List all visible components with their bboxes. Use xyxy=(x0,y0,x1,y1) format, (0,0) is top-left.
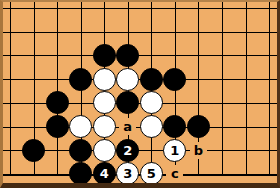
black-stone xyxy=(22,139,45,162)
black-stone xyxy=(187,115,210,138)
white-stone xyxy=(93,139,116,162)
move-5-stone: 5 xyxy=(140,162,163,183)
black-stone xyxy=(69,68,92,91)
black-stone xyxy=(69,162,92,183)
black-stone xyxy=(46,115,69,138)
white-stone xyxy=(93,115,116,138)
white-stone xyxy=(69,115,92,138)
white-stone xyxy=(140,115,163,138)
black-stone xyxy=(46,91,69,114)
move-2-stone: 2 xyxy=(116,139,139,162)
white-stone xyxy=(93,68,116,91)
go-diagram: 21435abc xyxy=(0,0,280,188)
black-stone xyxy=(140,68,163,91)
grid-line-horizontal xyxy=(3,8,277,9)
white-stone xyxy=(93,91,116,114)
point-label-c: c xyxy=(166,165,183,182)
point-label-b: b xyxy=(190,142,207,159)
move-3-stone: 3 xyxy=(116,162,139,183)
grid-line-horizontal xyxy=(3,32,277,33)
black-stone xyxy=(163,115,186,138)
black-stone xyxy=(69,139,92,162)
white-stone xyxy=(116,68,139,91)
white-stone xyxy=(140,91,163,114)
go-board: 21435abc xyxy=(3,2,277,183)
grid-line-horizontal xyxy=(3,55,277,56)
black-stone xyxy=(116,91,139,114)
black-stone xyxy=(93,44,116,67)
black-stone xyxy=(163,68,186,91)
move-1-stone: 1 xyxy=(163,139,186,162)
move-4-stone: 4 xyxy=(93,162,116,183)
black-stone xyxy=(116,44,139,67)
point-label-a: a xyxy=(119,118,136,135)
